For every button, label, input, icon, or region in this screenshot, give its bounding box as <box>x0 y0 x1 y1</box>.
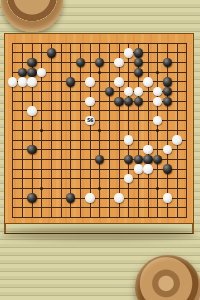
black-stone <box>134 48 143 57</box>
black-stone <box>114 97 123 106</box>
white-stone: 56 <box>85 116 94 125</box>
go-bowl-top-left <box>1 0 63 32</box>
black-stone <box>143 155 152 164</box>
grid-line-horizontal <box>12 198 187 199</box>
white-stone <box>124 174 133 183</box>
black-stone <box>105 87 114 96</box>
black-stone <box>163 164 172 173</box>
star-point <box>156 187 159 190</box>
grid-line-vertical <box>109 43 110 218</box>
white-stone <box>18 77 27 86</box>
grid-line-horizontal <box>12 149 187 150</box>
grid-line-horizontal <box>12 207 187 208</box>
grid-line-vertical <box>167 43 168 218</box>
black-stone <box>27 68 36 77</box>
white-stone <box>27 106 36 115</box>
white-stone <box>143 77 152 86</box>
white-stone <box>153 116 162 125</box>
go-bowl-bottom-right <box>135 255 200 300</box>
white-stone <box>153 87 162 96</box>
grid-line-horizontal <box>12 169 187 170</box>
white-stone <box>163 193 172 202</box>
white-stone <box>172 135 181 144</box>
black-stone <box>18 68 27 77</box>
white-stone <box>37 68 46 77</box>
white-stone <box>143 145 152 154</box>
black-stone <box>163 87 172 96</box>
grid-line-horizontal <box>12 140 187 141</box>
black-stone <box>66 77 75 86</box>
black-stone <box>27 58 36 67</box>
grid-line-vertical <box>177 43 178 218</box>
white-stone <box>163 145 172 154</box>
white-stone <box>85 193 94 202</box>
goban[interactable]: 56 <box>4 33 194 224</box>
grid-line-horizontal <box>12 178 187 179</box>
grid-line-horizontal <box>12 217 187 218</box>
grid-line-vertical <box>186 43 187 218</box>
star-point <box>98 71 101 74</box>
black-stone <box>163 97 172 106</box>
black-stone <box>95 155 104 164</box>
grid-line-vertical <box>119 43 120 218</box>
white-stone <box>85 77 94 86</box>
black-stone <box>95 58 104 67</box>
star-point <box>156 71 159 74</box>
white-stone <box>153 97 162 106</box>
black-stone <box>27 145 36 154</box>
white-stone <box>114 77 123 86</box>
grid-line-vertical <box>148 43 149 218</box>
black-stone <box>134 58 143 67</box>
black-stone <box>27 193 36 202</box>
star-point <box>40 129 43 132</box>
grid-line-vertical <box>128 43 129 218</box>
black-stone <box>76 58 85 67</box>
white-stone <box>124 87 133 96</box>
star-point <box>156 129 159 132</box>
black-stone <box>153 155 162 164</box>
last-move-number: 56 <box>87 118 93 123</box>
white-stone <box>85 97 94 106</box>
white-stone <box>114 58 123 67</box>
star-point <box>98 187 101 190</box>
go-game-scene: 56 <box>0 0 200 300</box>
black-stone <box>163 77 172 86</box>
white-stone <box>114 193 123 202</box>
white-stone <box>134 164 143 173</box>
white-stone <box>124 135 133 144</box>
black-stone <box>124 97 133 106</box>
white-stone <box>8 77 17 86</box>
black-stone <box>66 193 75 202</box>
white-stone <box>134 87 143 96</box>
black-stone <box>47 48 56 57</box>
white-stone <box>27 77 36 86</box>
black-stone <box>134 97 143 106</box>
board-front-edge <box>4 224 194 234</box>
black-stone <box>134 68 143 77</box>
star-point <box>98 129 101 132</box>
white-stone <box>143 164 152 173</box>
star-point <box>40 187 43 190</box>
black-stone <box>163 58 172 67</box>
black-stone <box>124 155 133 164</box>
white-stone <box>124 48 133 57</box>
black-stone <box>134 155 143 164</box>
